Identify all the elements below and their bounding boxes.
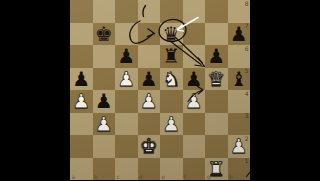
square-h7[interactable]: ♟7 xyxy=(228,23,251,46)
file-label-f: f xyxy=(184,174,186,180)
piece-white-pawn-a4[interactable]: ♟ xyxy=(70,90,93,113)
file-label-d: d xyxy=(139,174,143,180)
square-g8[interactable] xyxy=(205,0,228,23)
square-a5[interactable]: ♟ xyxy=(70,68,93,91)
file-label-c: c xyxy=(117,174,120,180)
piece-white-rook-g1[interactable]: ♜ xyxy=(205,158,228,181)
file-label-a: a xyxy=(72,174,76,180)
piece-black-rook-e6[interactable]: ♜ xyxy=(160,45,183,68)
rank-label-8: 8 xyxy=(245,1,249,7)
piece-white-pawn-e3[interactable]: ♟ xyxy=(160,113,183,136)
square-f3[interactable] xyxy=(183,113,206,136)
square-e8[interactable] xyxy=(160,0,183,23)
piece-white-pawn-b3[interactable]: ♟ xyxy=(93,113,116,136)
video-frame: 8♚♛♟7♟♜♟6♟♟♟♞♟♛♝5♟♟♟♟4♟♟3♚♟2abcdef♜g1h xyxy=(0,0,320,180)
piece-black-pawn-h7[interactable]: ♟ xyxy=(228,23,251,46)
piece-white-king-d2[interactable]: ♚ xyxy=(138,135,161,158)
square-g2[interactable] xyxy=(205,135,228,158)
square-f1[interactable]: f xyxy=(183,158,206,181)
square-f5[interactable]: ♟ xyxy=(183,68,206,91)
square-a7[interactable] xyxy=(70,23,93,46)
square-e2[interactable] xyxy=(160,135,183,158)
piece-black-pawn-f5[interactable]: ♟ xyxy=(183,68,206,91)
piece-white-queen-g5[interactable]: ♛ xyxy=(205,68,228,91)
rank-label-3: 3 xyxy=(245,113,249,119)
piece-white-pawn-d4[interactable]: ♟ xyxy=(138,90,161,113)
piece-white-pawn-c5[interactable]: ♟ xyxy=(115,68,138,91)
square-c4[interactable] xyxy=(115,90,138,113)
square-b4[interactable]: ♟ xyxy=(93,90,116,113)
square-f4[interactable]: ♟ xyxy=(183,90,206,113)
square-d7[interactable] xyxy=(138,23,161,46)
square-g4[interactable] xyxy=(205,90,228,113)
square-c2[interactable] xyxy=(115,135,138,158)
square-h3[interactable]: 3 xyxy=(228,113,251,136)
piece-white-pawn-f4[interactable]: ♟ xyxy=(183,90,206,113)
square-d1[interactable]: d xyxy=(138,158,161,181)
square-d6[interactable] xyxy=(138,45,161,68)
square-g1[interactable]: ♜g xyxy=(205,158,228,181)
square-d5[interactable]: ♟ xyxy=(138,68,161,91)
square-e3[interactable]: ♟ xyxy=(160,113,183,136)
square-h8[interactable]: 8 xyxy=(228,0,251,23)
square-e5[interactable]: ♞ xyxy=(160,68,183,91)
square-a2[interactable] xyxy=(70,135,93,158)
letterbox-right xyxy=(250,0,320,180)
square-e4[interactable] xyxy=(160,90,183,113)
piece-black-bishop-h5[interactable]: ♝ xyxy=(228,68,251,91)
piece-black-pawn-b4[interactable]: ♟ xyxy=(93,90,116,113)
square-f8[interactable] xyxy=(183,0,206,23)
piece-white-knight-e5[interactable]: ♞ xyxy=(160,68,183,91)
square-g7[interactable] xyxy=(205,23,228,46)
square-c8[interactable] xyxy=(115,0,138,23)
square-b8[interactable] xyxy=(93,0,116,23)
piece-black-queen-e7[interactable]: ♛ xyxy=(160,23,183,46)
chess-board[interactable]: 8♚♛♟7♟♜♟6♟♟♟♞♟♛♝5♟♟♟♟4♟♟3♚♟2abcdef♜g1h xyxy=(70,0,250,180)
square-g6[interactable]: ♟ xyxy=(205,45,228,68)
square-f6[interactable] xyxy=(183,45,206,68)
piece-black-pawn-d5[interactable]: ♟ xyxy=(138,68,161,91)
piece-black-pawn-c6[interactable]: ♟ xyxy=(115,45,138,68)
square-h6[interactable]: 6 xyxy=(228,45,251,68)
square-a3[interactable] xyxy=(70,113,93,136)
letterbox-left xyxy=(0,0,70,180)
square-d8[interactable] xyxy=(138,0,161,23)
square-c6[interactable]: ♟ xyxy=(115,45,138,68)
square-d4[interactable]: ♟ xyxy=(138,90,161,113)
square-a6[interactable] xyxy=(70,45,93,68)
square-b7[interactable]: ♚ xyxy=(93,23,116,46)
square-c7[interactable] xyxy=(115,23,138,46)
rank-label-1: 1 xyxy=(245,158,249,164)
square-h1[interactable]: 1h xyxy=(228,158,251,181)
piece-black-pawn-a5[interactable]: ♟ xyxy=(70,68,93,91)
rank-label-6: 6 xyxy=(245,46,249,52)
square-b5[interactable] xyxy=(93,68,116,91)
square-c3[interactable] xyxy=(115,113,138,136)
square-b1[interactable]: b xyxy=(93,158,116,181)
square-a4[interactable]: ♟ xyxy=(70,90,93,113)
square-b6[interactable] xyxy=(93,45,116,68)
square-e6[interactable]: ♜ xyxy=(160,45,183,68)
square-d2[interactable]: ♚ xyxy=(138,135,161,158)
square-b3[interactable]: ♟ xyxy=(93,113,116,136)
square-g5[interactable]: ♛ xyxy=(205,68,228,91)
square-c5[interactable]: ♟ xyxy=(115,68,138,91)
piece-black-pawn-g6[interactable]: ♟ xyxy=(205,45,228,68)
square-e1[interactable]: e xyxy=(160,158,183,181)
square-c1[interactable]: c xyxy=(115,158,138,181)
square-h5[interactable]: ♝5 xyxy=(228,68,251,91)
square-f7[interactable] xyxy=(183,23,206,46)
rank-label-4: 4 xyxy=(245,91,249,97)
piece-white-pawn-h2[interactable]: ♟ xyxy=(228,135,251,158)
square-a1[interactable]: a xyxy=(70,158,93,181)
file-label-b: b xyxy=(94,174,98,180)
square-h4[interactable]: 4 xyxy=(228,90,251,113)
square-d3[interactable] xyxy=(138,113,161,136)
square-a8[interactable] xyxy=(70,0,93,23)
file-label-e: e xyxy=(162,174,166,180)
piece-black-king-b7[interactable]: ♚ xyxy=(93,23,116,46)
square-f2[interactable] xyxy=(183,135,206,158)
square-h2[interactable]: ♟2 xyxy=(228,135,251,158)
square-b2[interactable] xyxy=(93,135,116,158)
square-g3[interactable] xyxy=(205,113,228,136)
file-label-h: h xyxy=(229,174,233,180)
square-e7[interactable]: ♛ xyxy=(160,23,183,46)
